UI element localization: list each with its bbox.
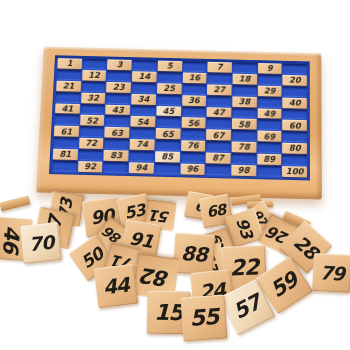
scattered-tile-pile: 7366897932628905351869177467019178879507… — [0, 0, 350, 350]
loose-tile-55[interactable]: 55 — [181, 295, 228, 342]
loose-tile-44[interactable]: 44 — [94, 264, 139, 309]
loose-tile-70[interactable]: 70 — [20, 222, 62, 264]
loose-tile-79[interactable]: 79 — [312, 253, 350, 293]
hundred-board-scene: 1357912141618202123252729323436384041434… — [0, 0, 350, 350]
tile-side-edge[interactable] — [0, 196, 31, 212]
loose-tile-88[interactable]: 88 — [173, 233, 216, 276]
